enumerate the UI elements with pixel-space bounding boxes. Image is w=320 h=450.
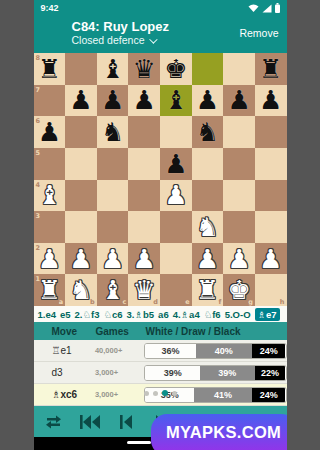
- draw-segment: 40%: [196, 344, 252, 358]
- square-f6[interactable]: ♞: [192, 116, 224, 148]
- gesture-handle[interactable]: [127, 441, 151, 444]
- previous-move-icon[interactable]: [108, 410, 144, 434]
- status-bar: 9:42: [34, 0, 287, 16]
- chess-board: 8♜♝♛♚♜7♟♟♟♝♟♟♟6♟♞♞5♟4♝♟3♞2♟♟♟♟♟♟♟1a♜b♞c♝…: [34, 53, 287, 306]
- square-a8[interactable]: 8♜: [34, 53, 66, 85]
- move-token[interactable]: 2.♘f3: [75, 309, 100, 320]
- col-header-results: White / Draw / Black: [146, 326, 241, 337]
- square-c3[interactable]: [97, 211, 129, 243]
- skip-to-start-icon[interactable]: [72, 410, 108, 434]
- move-token[interactable]: 1.e4: [38, 309, 57, 320]
- square-f5[interactable]: [192, 148, 224, 180]
- status-icons: [248, 3, 280, 13]
- black-pawn: ♟: [223, 85, 255, 117]
- square-e7[interactable]: ♝: [160, 85, 192, 117]
- black-pawn: ♟: [128, 85, 160, 117]
- row-games: 3,000+: [95, 368, 142, 377]
- square-e5[interactable]: ♟: [160, 148, 192, 180]
- black-pawn: ♟: [34, 116, 66, 148]
- square-b3[interactable]: [65, 211, 97, 243]
- move-token[interactable]: ♘c6: [103, 309, 122, 320]
- row-move: d3: [52, 367, 95, 378]
- square-g7[interactable]: ♟: [223, 85, 255, 117]
- white-segment: 39%: [145, 366, 200, 380]
- file-label: e: [185, 298, 189, 306]
- square-a4[interactable]: 4♝: [34, 180, 66, 212]
- square-d4[interactable]: [128, 180, 160, 212]
- square-c8[interactable]: ♝: [97, 53, 129, 85]
- title-block: C84: Ruy Lopez Closed defence: [72, 19, 170, 47]
- black-bishop: ♝: [97, 53, 129, 85]
- square-c4[interactable]: [97, 180, 129, 212]
- square-g1[interactable]: g♚: [223, 274, 255, 306]
- square-e1[interactable]: e: [160, 274, 192, 306]
- move-token[interactable]: a6: [158, 309, 169, 320]
- move-token[interactable]: 3.♗b5: [127, 309, 155, 320]
- page-title: C84: Ruy Lopez: [72, 19, 170, 34]
- black-knight: ♞: [192, 116, 224, 148]
- current-move-token[interactable]: ♗e7: [255, 308, 280, 321]
- square-f1[interactable]: f♜: [192, 274, 224, 306]
- rank-label: 5: [36, 149, 41, 157]
- black-rook: ♜: [255, 53, 287, 85]
- white-king: ♚: [223, 274, 255, 306]
- square-h4[interactable]: [255, 180, 287, 212]
- square-b2[interactable]: ♟: [65, 243, 97, 275]
- watermark-badge[interactable]: MYAPKS.COM: [151, 414, 287, 450]
- table-header: Move Games White / Draw / Black: [34, 322, 287, 340]
- square-g8[interactable]: [223, 53, 255, 85]
- black-king: ♚: [160, 53, 192, 85]
- square-e2[interactable]: [160, 243, 192, 275]
- square-h6[interactable]: [255, 116, 287, 148]
- square-f8[interactable]: [192, 53, 224, 85]
- white-pawn: ♟: [65, 243, 97, 275]
- white-bishop: ♝: [97, 274, 129, 306]
- black-queen: ♛: [128, 53, 160, 85]
- white-pawn: ♟: [192, 243, 224, 275]
- square-c2[interactable]: ♟: [97, 243, 129, 275]
- white-queen: ♛: [128, 274, 160, 306]
- square-f2[interactable]: ♟: [192, 243, 224, 275]
- white-pawn: ♟: [223, 243, 255, 275]
- square-g5[interactable]: [223, 148, 255, 180]
- col-header-games: Games: [96, 326, 144, 337]
- square-b7[interactable]: ♟: [65, 85, 97, 117]
- square-c5[interactable]: [97, 148, 129, 180]
- black-pawn: ♟: [160, 148, 192, 180]
- square-g4[interactable]: [223, 180, 255, 212]
- row-move: ♖e1: [52, 345, 95, 356]
- square-e4[interactable]: ♟: [160, 180, 192, 212]
- square-a2[interactable]: 2♟: [34, 243, 66, 275]
- square-e8[interactable]: ♚: [160, 53, 192, 85]
- col-header-move: Move: [52, 326, 96, 337]
- square-b1[interactable]: b♞: [65, 274, 97, 306]
- move-token[interactable]: ♘f6: [204, 309, 221, 320]
- white-bishop: ♝: [34, 180, 66, 212]
- white-knight: ♞: [65, 274, 97, 306]
- black-knight: ♞: [97, 116, 129, 148]
- remove-button[interactable]: Remove: [239, 27, 278, 39]
- square-d2[interactable]: ♟: [128, 243, 160, 275]
- white-segment: 36%: [145, 344, 195, 358]
- move-token[interactable]: 5.O-O: [225, 309, 251, 320]
- square-h1[interactable]: h: [255, 274, 287, 306]
- square-c1[interactable]: c♝: [97, 274, 129, 306]
- square-g2[interactable]: ♟: [223, 243, 255, 275]
- square-h8[interactable]: ♜: [255, 53, 287, 85]
- app-bar: C84: Ruy Lopez Closed defence Remove: [34, 16, 287, 53]
- variation-selector[interactable]: Closed defence: [72, 34, 170, 47]
- file-label: h: [280, 298, 285, 306]
- variation-label: Closed defence: [72, 34, 145, 47]
- white-rook: ♜: [34, 274, 66, 306]
- square-d5[interactable]: [128, 148, 160, 180]
- pager-dot: [162, 390, 168, 396]
- square-c6[interactable]: ♞: [97, 116, 129, 148]
- square-a3[interactable]: 3: [34, 211, 66, 243]
- square-f3[interactable]: ♞: [192, 211, 224, 243]
- result-bar: 36%40%24%: [144, 343, 286, 359]
- square-b5[interactable]: [65, 148, 97, 180]
- black-pawn: ♟: [65, 85, 97, 117]
- rank-label: 7: [36, 86, 41, 94]
- black-pawn: ♟: [192, 85, 224, 117]
- rank-label: 3: [36, 212, 41, 220]
- black-pawn: ♟: [97, 85, 129, 117]
- black-pawn: ♟: [255, 85, 287, 117]
- square-a5[interactable]: 5: [34, 148, 66, 180]
- draw-segment: 39%: [200, 366, 255, 380]
- square-b6[interactable]: [65, 116, 97, 148]
- square-h2[interactable]: ♟: [255, 243, 287, 275]
- table-row[interactable]: d33,000+39%39%22%: [34, 362, 287, 384]
- pager-dot: [153, 391, 158, 396]
- square-a6[interactable]: 6♟: [34, 116, 66, 148]
- table-row[interactable]: ♖e140,000+36%40%24%: [34, 340, 287, 362]
- square-d8[interactable]: ♛: [128, 53, 160, 85]
- square-e3[interactable]: [160, 211, 192, 243]
- square-a1[interactable]: 1a♜: [34, 274, 66, 306]
- pager-dot: [144, 391, 149, 396]
- square-h5[interactable]: [255, 148, 287, 180]
- white-pawn: ♟: [97, 243, 129, 275]
- white-knight: ♞: [192, 211, 224, 243]
- square-a7[interactable]: 7: [34, 85, 66, 117]
- square-d3[interactable]: [128, 211, 160, 243]
- white-pawn: ♟: [128, 243, 160, 275]
- app-screen: 9:42 C84: Ruy Lopez Closed defence Remov…: [34, 0, 287, 450]
- black-bishop: ♝: [160, 85, 192, 117]
- signal-icon: [262, 4, 272, 13]
- row-games: 40,000+: [95, 346, 142, 355]
- square-d1[interactable]: d♛: [128, 274, 160, 306]
- move-token[interactable]: 4.♗a4: [173, 309, 200, 320]
- square-d6[interactable]: [128, 116, 160, 148]
- chevron-down-icon: [150, 35, 158, 43]
- move-list: 1.e4e52.♘f3♘c63.♗b5a64.♗a4♘f65.O-O♗e7: [34, 306, 287, 322]
- black-segment: 22%: [255, 366, 286, 380]
- square-b4[interactable]: [65, 180, 97, 212]
- flip-board-icon[interactable]: [36, 410, 72, 434]
- result-bar: 39%39%22%: [144, 365, 286, 381]
- square-f4[interactable]: [192, 180, 224, 212]
- black-segment: 24%: [252, 344, 286, 358]
- white-pawn: ♟: [160, 180, 192, 212]
- square-g3[interactable]: [223, 211, 255, 243]
- square-b8[interactable]: [65, 53, 97, 85]
- watermark-text: MYAPKS.COM: [166, 423, 281, 442]
- clock: 9:42: [41, 3, 59, 13]
- square-e6[interactable]: [160, 116, 192, 148]
- move-token[interactable]: e5: [60, 309, 71, 320]
- square-f7[interactable]: ♟: [192, 85, 224, 117]
- wifi-icon: [248, 4, 259, 13]
- white-pawn: ♟: [255, 243, 287, 275]
- square-h7[interactable]: ♟: [255, 85, 287, 117]
- white-pawn: ♟: [34, 243, 66, 275]
- square-d7[interactable]: ♟: [128, 85, 160, 117]
- square-h3[interactable]: [255, 211, 287, 243]
- square-c7[interactable]: ♟: [97, 85, 129, 117]
- white-rook: ♜: [192, 274, 224, 306]
- pager-dot: [172, 391, 177, 396]
- black-rook: ♜: [34, 53, 66, 85]
- battery-icon: [275, 3, 280, 13]
- page-indicator: [34, 390, 287, 396]
- square-g6[interactable]: [223, 116, 255, 148]
